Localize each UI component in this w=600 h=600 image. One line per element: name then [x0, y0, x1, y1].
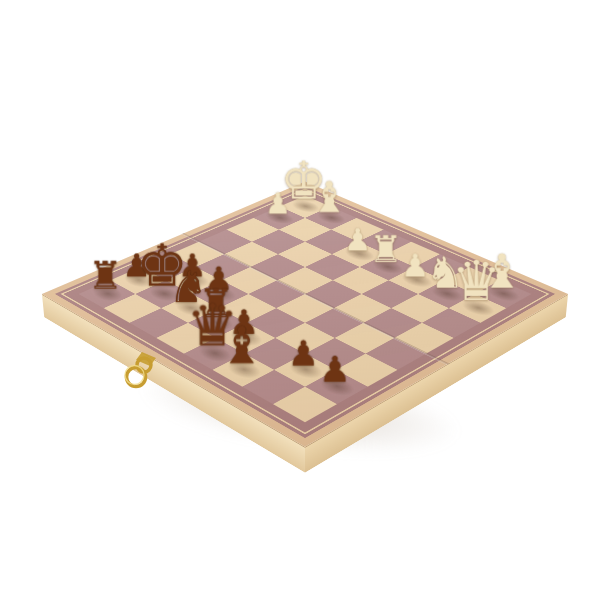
black-bishop-glyph: ♝: [209, 319, 274, 370]
product-photo: ♚♝♝♟♟♜♟♞♛♜♛♝♟♚♞♜♟♟♟♟♟: [0, 0, 600, 600]
black-rook-glyph: ♜: [75, 257, 135, 295]
brass-clasp-icon: [122, 350, 162, 396]
chess-board: ♚♝♝♟♟♜♟♞♛♜♛♝♟♚♞♜♟♟♟♟♟: [42, 182, 568, 447]
black-pawn-glyph: ♟: [302, 352, 369, 388]
surface-sheen: [42, 182, 568, 447]
white-queen-glyph: ♛: [446, 254, 507, 309]
board-surface: [42, 182, 568, 447]
white-pawn-glyph: ♟: [251, 189, 306, 218]
white-bishop-glyph: ♝: [302, 176, 357, 219]
board-perspective-wrap: ♚♝♝♟♟♜♟♞♛♜♛♝♟♚♞♜♟♟♟♟♟: [5, 0, 600, 594]
